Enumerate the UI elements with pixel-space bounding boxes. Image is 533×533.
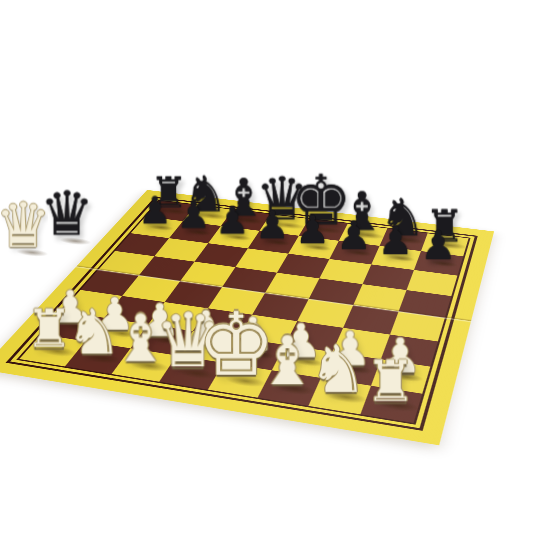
black-pawn-h7[interactable]: ♟: [404, 226, 471, 266]
spare-white-queen[interactable]: ♛: [0, 195, 56, 257]
chessboard: ♜♞♝♛♚♝♞♜♟♟♟♟♟♟♟♟♛♛♟♟♟♟♟♟♟♟♜♞♝♛♚♝♞♜: [0, 190, 494, 445]
white-rook-h1[interactable]: ♜: [349, 353, 432, 410]
chess-set-photo: ♜♞♝♛♚♝♞♜♟♟♟♟♟♟♟♟♛♛♟♟♟♟♟♟♟♟♜♞♝♛♚♝♞♜: [0, 0, 533, 533]
